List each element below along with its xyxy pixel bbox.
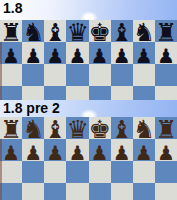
board-square: ♛ (66, 20, 88, 42)
board-square: ♚ (89, 117, 111, 139)
piece-black-pawn: ♟ (66, 46, 88, 66)
board-square (111, 64, 133, 86)
board-square: ♟ (155, 42, 177, 64)
board-square (22, 86, 44, 100)
board-square (66, 183, 88, 200)
board-square (0, 183, 22, 200)
piece-black-pawn: ♟ (0, 46, 22, 66)
piece-black-pawn: ♟ (89, 46, 111, 66)
board-square: ♟ (0, 139, 22, 161)
board-square (155, 161, 177, 183)
board-square (89, 86, 111, 100)
board-square (22, 161, 44, 183)
board-square (66, 64, 88, 86)
board-square: ♟ (44, 139, 66, 161)
board-square: ♚ (89, 20, 111, 42)
piece-black-pawn: ♟ (133, 46, 155, 66)
piece-black-pawn: ♟ (89, 143, 111, 163)
board-square: ♟ (22, 139, 44, 161)
piece-black-pawn: ♟ (66, 143, 88, 163)
board-square (111, 161, 133, 183)
board-square: ♟ (22, 42, 44, 64)
board-square: ♟ (0, 42, 22, 64)
piece-black-pawn: ♟ (44, 143, 66, 163)
board-left-edge (0, 139, 2, 200)
board-square (155, 64, 177, 86)
board-square (133, 183, 155, 200)
board-square (133, 86, 155, 100)
board-square (44, 183, 66, 200)
board-square: ♛ (66, 117, 88, 139)
board-square (89, 64, 111, 86)
board-square: ♟ (89, 42, 111, 64)
piece-black-pawn: ♟ (133, 143, 155, 163)
board-square (66, 86, 88, 100)
board-square: ♟ (133, 42, 155, 64)
board-square (0, 64, 22, 86)
piece-black-pawn: ♟ (22, 46, 44, 66)
board-square: ♟ (155, 139, 177, 161)
board-square (111, 183, 133, 200)
version-label: 1.8 (3, 0, 22, 16)
board-section-v18pre2: ♜♞♝♛♚♝♞♜♟♟♟♟♟♟♟♟ 1.8 pre 2 (0, 100, 177, 200)
board-square: ♝ (44, 117, 66, 139)
piece-black-pawn: ♟ (0, 143, 22, 163)
piece-black-pawn: ♟ (44, 46, 66, 66)
board-square (133, 64, 155, 86)
board-square (89, 183, 111, 200)
board-square (155, 183, 177, 200)
board-square: ♞ (22, 20, 44, 42)
chess-board: ♜♞♝♛♚♝♞♜♟♟♟♟♟♟♟♟ (0, 20, 177, 100)
board-square (155, 86, 177, 100)
version-comparison: ♜♞♝♛♚♝♞♜♟♟♟♟♟♟♟♟ 1.8 ♜♞♝♛♚♝♞♜♟♟♟♟♟♟♟♟ 1.… (0, 0, 177, 200)
board-square: ♜ (0, 117, 22, 139)
piece-black-pawn: ♟ (22, 143, 44, 163)
board-square (44, 86, 66, 100)
board-square: ♞ (133, 20, 155, 42)
board-square: ♟ (133, 139, 155, 161)
board-square: ♝ (111, 117, 133, 139)
board-left-edge (0, 42, 2, 100)
board-square: ♜ (0, 20, 22, 42)
board-square: ♝ (111, 20, 133, 42)
piece-black-pawn: ♟ (155, 143, 177, 163)
board-square (133, 161, 155, 183)
board-square (44, 64, 66, 86)
board-square: ♜ (155, 117, 177, 139)
board-square (0, 161, 22, 183)
chess-board: ♜♞♝♛♚♝♞♜♟♟♟♟♟♟♟♟ (0, 117, 177, 200)
board-square: ♟ (111, 139, 133, 161)
board-square: ♟ (111, 42, 133, 64)
board-square (22, 183, 44, 200)
board-square: ♟ (89, 139, 111, 161)
board-square: ♟ (66, 42, 88, 64)
board-section-v18: ♜♞♝♛♚♝♞♜♟♟♟♟♟♟♟♟ 1.8 (0, 0, 177, 100)
board-square: ♜ (155, 20, 177, 42)
board-square: ♟ (66, 139, 88, 161)
piece-black-pawn: ♟ (111, 46, 133, 66)
board-square: ♞ (22, 117, 44, 139)
piece-black-pawn: ♟ (155, 46, 177, 66)
version-label: 1.8 pre 2 (3, 100, 60, 116)
board-square (89, 161, 111, 183)
board-square (66, 161, 88, 183)
board-square (22, 64, 44, 86)
board-square: ♞ (133, 117, 155, 139)
piece-black-pawn: ♟ (111, 143, 133, 163)
board-square (44, 161, 66, 183)
board-square (0, 86, 22, 100)
board-square: ♝ (44, 20, 66, 42)
board-square: ♟ (44, 42, 66, 64)
board-square (111, 86, 133, 100)
